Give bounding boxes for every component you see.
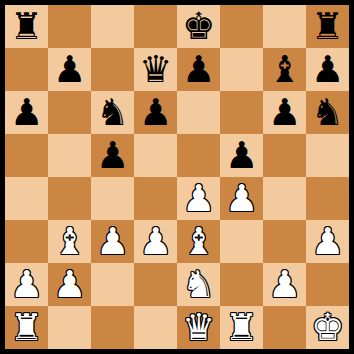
square-h7[interactable]: ♟ bbox=[306, 48, 349, 91]
black-pawn-icon: ♟ bbox=[268, 91, 301, 134]
white-pawn-icon: ♟ bbox=[225, 177, 258, 220]
white-pawn-icon: ♟ bbox=[268, 263, 301, 306]
square-d6[interactable]: ♟ bbox=[134, 91, 177, 134]
square-a7[interactable] bbox=[5, 48, 48, 91]
square-h5[interactable] bbox=[306, 134, 349, 177]
square-b1[interactable] bbox=[48, 306, 91, 349]
black-pawn-icon: ♟ bbox=[10, 91, 43, 134]
square-f4[interactable]: ♟ bbox=[220, 177, 263, 220]
square-e6[interactable] bbox=[177, 91, 220, 134]
white-pawn-icon: ♟ bbox=[10, 263, 43, 306]
white-knight-icon: ♞ bbox=[182, 263, 215, 306]
black-knight-icon: ♞ bbox=[311, 91, 344, 134]
black-bishop-icon: ♝ bbox=[268, 48, 301, 91]
square-a6[interactable]: ♟ bbox=[5, 91, 48, 134]
square-h8[interactable]: ♜ bbox=[306, 5, 349, 48]
square-f6[interactable] bbox=[220, 91, 263, 134]
square-f8[interactable] bbox=[220, 5, 263, 48]
square-a8[interactable]: ♜ bbox=[5, 5, 48, 48]
white-rook-icon: ♜ bbox=[225, 306, 258, 349]
square-a2[interactable]: ♟ bbox=[5, 263, 48, 306]
square-g3[interactable] bbox=[263, 220, 306, 263]
square-b8[interactable] bbox=[48, 5, 91, 48]
square-c1[interactable] bbox=[91, 306, 134, 349]
square-e2[interactable]: ♞ bbox=[177, 263, 220, 306]
square-g1[interactable] bbox=[263, 306, 306, 349]
square-g4[interactable] bbox=[263, 177, 306, 220]
white-pawn-icon: ♟ bbox=[311, 220, 344, 263]
square-f7[interactable] bbox=[220, 48, 263, 91]
square-c2[interactable] bbox=[91, 263, 134, 306]
black-pawn-icon: ♟ bbox=[139, 91, 172, 134]
square-a5[interactable] bbox=[5, 134, 48, 177]
square-c7[interactable] bbox=[91, 48, 134, 91]
black-pawn-icon: ♟ bbox=[311, 48, 344, 91]
black-knight-icon: ♞ bbox=[96, 91, 129, 134]
square-a4[interactable] bbox=[5, 177, 48, 220]
square-e1[interactable]: ♛ bbox=[177, 306, 220, 349]
black-pawn-icon: ♟ bbox=[96, 134, 129, 177]
square-h4[interactable] bbox=[306, 177, 349, 220]
square-d5[interactable] bbox=[134, 134, 177, 177]
square-g6[interactable]: ♟ bbox=[263, 91, 306, 134]
square-b2[interactable]: ♟ bbox=[48, 263, 91, 306]
square-e8[interactable]: ♚ bbox=[177, 5, 220, 48]
white-king-icon: ♚ bbox=[311, 306, 344, 349]
square-g8[interactable] bbox=[263, 5, 306, 48]
white-pawn-icon: ♟ bbox=[139, 220, 172, 263]
square-c8[interactable] bbox=[91, 5, 134, 48]
square-d8[interactable] bbox=[134, 5, 177, 48]
square-h3[interactable]: ♟ bbox=[306, 220, 349, 263]
square-e7[interactable]: ♟ bbox=[177, 48, 220, 91]
square-g7[interactable]: ♝ bbox=[263, 48, 306, 91]
square-a3[interactable] bbox=[5, 220, 48, 263]
square-d2[interactable] bbox=[134, 263, 177, 306]
square-e3[interactable]: ♝ bbox=[177, 220, 220, 263]
square-d4[interactable] bbox=[134, 177, 177, 220]
square-b3[interactable]: ♝ bbox=[48, 220, 91, 263]
square-e5[interactable] bbox=[177, 134, 220, 177]
black-rook-icon: ♜ bbox=[311, 5, 344, 48]
square-a1[interactable]: ♜ bbox=[5, 306, 48, 349]
square-g2[interactable]: ♟ bbox=[263, 263, 306, 306]
black-queen-icon: ♛ bbox=[139, 48, 172, 91]
square-g5[interactable] bbox=[263, 134, 306, 177]
black-pawn-icon: ♟ bbox=[182, 48, 215, 91]
square-h6[interactable]: ♞ bbox=[306, 91, 349, 134]
square-f1[interactable]: ♜ bbox=[220, 306, 263, 349]
white-pawn-icon: ♟ bbox=[182, 177, 215, 220]
square-e4[interactable]: ♟ bbox=[177, 177, 220, 220]
square-c5[interactable]: ♟ bbox=[91, 134, 134, 177]
square-h2[interactable] bbox=[306, 263, 349, 306]
square-f5[interactable]: ♟ bbox=[220, 134, 263, 177]
white-pawn-icon: ♟ bbox=[96, 220, 129, 263]
square-d7[interactable]: ♛ bbox=[134, 48, 177, 91]
black-pawn-icon: ♟ bbox=[225, 134, 258, 177]
white-bishop-icon: ♝ bbox=[182, 220, 215, 263]
chess-board: ♜♚♜♟♛♟♝♟♟♞♟♟♞♟♟♟♟♝♟♟♝♟♟♟♞♟♜♛♜♚ bbox=[5, 5, 349, 349]
square-d3[interactable]: ♟ bbox=[134, 220, 177, 263]
square-b7[interactable]: ♟ bbox=[48, 48, 91, 91]
black-rook-icon: ♜ bbox=[10, 5, 43, 48]
square-c4[interactable] bbox=[91, 177, 134, 220]
black-pawn-icon: ♟ bbox=[53, 48, 86, 91]
square-c3[interactable]: ♟ bbox=[91, 220, 134, 263]
white-queen-icon: ♛ bbox=[182, 306, 215, 349]
square-h1[interactable]: ♚ bbox=[306, 306, 349, 349]
square-f2[interactable] bbox=[220, 263, 263, 306]
square-b4[interactable] bbox=[48, 177, 91, 220]
board-frame: ♜♚♜♟♛♟♝♟♟♞♟♟♞♟♟♟♟♝♟♟♝♟♟♟♞♟♜♛♜♚ bbox=[0, 0, 354, 354]
white-bishop-icon: ♝ bbox=[53, 220, 86, 263]
square-c6[interactable]: ♞ bbox=[91, 91, 134, 134]
square-b5[interactable] bbox=[48, 134, 91, 177]
square-d1[interactable] bbox=[134, 306, 177, 349]
square-f3[interactable] bbox=[220, 220, 263, 263]
white-pawn-icon: ♟ bbox=[53, 263, 86, 306]
square-b6[interactable] bbox=[48, 91, 91, 134]
black-king-icon: ♚ bbox=[182, 5, 215, 48]
white-rook-icon: ♜ bbox=[10, 306, 43, 349]
